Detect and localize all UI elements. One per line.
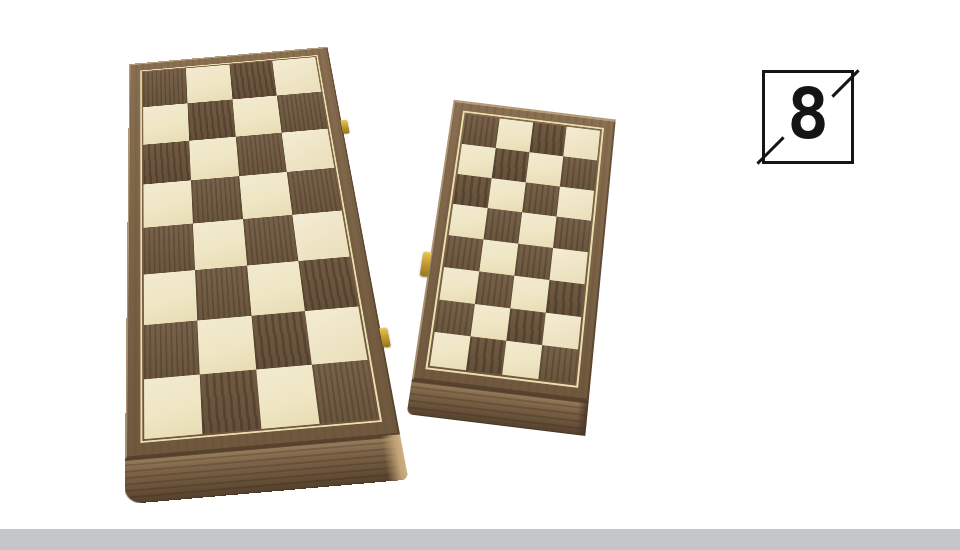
board-square-light xyxy=(479,239,518,275)
bottom-gray-bar xyxy=(0,529,960,550)
chess-box-large xyxy=(125,47,409,505)
board-square-light xyxy=(144,270,198,325)
board-frame-small xyxy=(412,100,616,401)
board-square-dark xyxy=(444,235,483,271)
board-square-light xyxy=(281,128,334,172)
board-square-dark xyxy=(143,68,188,107)
board-square-light xyxy=(439,267,479,304)
board-square-dark xyxy=(188,99,236,140)
board-square-light xyxy=(189,136,239,180)
board-square-dark xyxy=(483,208,522,243)
board-square-dark xyxy=(466,337,506,375)
board-square-dark xyxy=(143,140,191,184)
board-square-dark xyxy=(277,92,328,133)
board-square-light xyxy=(526,152,563,186)
board-square-light xyxy=(143,103,189,144)
board-square-light xyxy=(144,375,203,439)
board-square-light xyxy=(449,204,488,239)
board-square-light xyxy=(232,95,281,136)
board-square-dark xyxy=(530,123,567,157)
board-square-light xyxy=(510,275,549,312)
board-square-light xyxy=(563,127,600,161)
board-square-dark xyxy=(560,156,597,190)
board-frame-large xyxy=(125,47,400,459)
board-square-light xyxy=(186,65,232,104)
board-square-dark xyxy=(492,148,530,182)
board-square-dark xyxy=(298,256,358,310)
chess-box-small xyxy=(407,100,616,436)
board-square-dark xyxy=(453,174,492,209)
board-square-dark xyxy=(287,168,342,215)
board-square-light xyxy=(458,144,496,178)
board-square-light xyxy=(488,178,526,213)
board-border-line-small xyxy=(425,111,604,388)
board-square-dark xyxy=(435,299,475,336)
board-square-dark xyxy=(553,217,591,252)
image-count-badge: 8 xyxy=(762,70,854,164)
board-square-dark xyxy=(546,280,585,317)
board-square-dark xyxy=(538,345,578,383)
board-square-light xyxy=(542,312,581,350)
board-square-light xyxy=(496,118,533,152)
board-square-dark xyxy=(506,308,546,345)
checkerboard-small xyxy=(430,114,600,383)
board-square-dark xyxy=(195,265,251,320)
board-square-light xyxy=(143,180,193,227)
board-square-light xyxy=(239,172,292,219)
board-square-light xyxy=(502,341,542,379)
board-square-dark xyxy=(475,271,514,308)
board-square-dark xyxy=(522,182,560,217)
board-square-dark xyxy=(200,370,261,434)
board-square-dark xyxy=(462,114,500,147)
board-square-dark xyxy=(191,176,242,223)
board-square-light xyxy=(557,186,595,221)
board-square-light xyxy=(305,306,368,365)
board-square-dark xyxy=(235,132,286,176)
brass-hinge-icon xyxy=(340,119,349,133)
product-photo: 8 xyxy=(0,0,960,550)
board-border-line-large xyxy=(140,55,382,443)
board-square-light xyxy=(272,57,321,95)
board-square-light xyxy=(197,315,255,374)
board-square-dark xyxy=(144,320,200,379)
board-square-light xyxy=(256,365,320,429)
board-square-light xyxy=(471,304,511,341)
board-square-light xyxy=(247,261,305,316)
board-square-light xyxy=(549,248,587,284)
image-count-number: 8 xyxy=(765,79,851,149)
checkerboard-large xyxy=(143,57,378,439)
board-square-dark xyxy=(312,360,378,424)
board-square-dark xyxy=(144,223,196,274)
board-square-light xyxy=(193,219,247,270)
board-square-light xyxy=(430,332,471,370)
board-square-dark xyxy=(251,311,312,370)
board-square-light xyxy=(518,213,556,248)
board-square-dark xyxy=(229,61,276,99)
board-square-dark xyxy=(514,244,553,280)
board-square-light xyxy=(292,210,349,260)
board-square-dark xyxy=(243,215,299,266)
